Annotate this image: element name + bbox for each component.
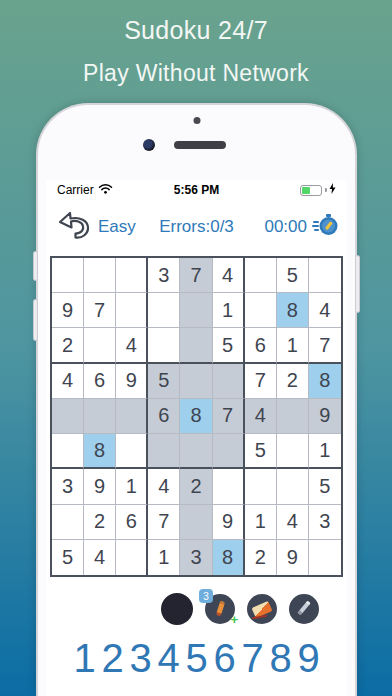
- errors-label: Errors:0/3: [159, 217, 234, 237]
- numpad-digit-3[interactable]: 3: [127, 635, 155, 681]
- stopwatch-icon[interactable]: [312, 213, 338, 241]
- cell-r3c9[interactable]: 7: [309, 328, 341, 363]
- numpad-digit-9[interactable]: 9: [295, 635, 323, 681]
- cell-r4c6[interactable]: [213, 364, 245, 399]
- cell-r1c9[interactable]: [309, 258, 341, 293]
- numpad-digit-1[interactable]: 1: [71, 635, 99, 681]
- cell-r7c6[interactable]: [213, 469, 245, 504]
- notes-count-badge: 3: [199, 589, 213, 603]
- cell-r8c9[interactable]: 3: [309, 505, 341, 540]
- cell-r1c6[interactable]: 4: [213, 258, 245, 293]
- cell-r9c3[interactable]: [116, 540, 148, 575]
- app-title: Sudoku 24/7: [0, 16, 392, 45]
- cell-r5c8[interactable]: [277, 399, 309, 434]
- cell-r8c7[interactable]: 1: [245, 505, 277, 540]
- cell-r4c2[interactable]: 6: [84, 364, 116, 399]
- cell-r6c7[interactable]: 5: [245, 434, 277, 469]
- cell-r4c4[interactable]: 5: [148, 364, 180, 399]
- cell-r1c2[interactable]: [84, 258, 116, 293]
- cell-r5c6[interactable]: 7: [213, 399, 245, 434]
- cell-r6c8[interactable]: [277, 434, 309, 469]
- cell-r1c5[interactable]: 7: [180, 258, 212, 293]
- cell-r1c4[interactable]: 3: [148, 258, 180, 293]
- cell-r5c4[interactable]: 6: [148, 399, 180, 434]
- cell-r8c6[interactable]: 9: [213, 505, 245, 540]
- cell-r3c4[interactable]: [148, 328, 180, 363]
- clock-label: 5:56 PM: [174, 183, 219, 197]
- cell-r7c1[interactable]: 3: [52, 469, 84, 504]
- cell-r4c3[interactable]: 9: [116, 364, 148, 399]
- carrier-label: Carrier: [57, 183, 94, 197]
- cell-r7c8[interactable]: [277, 469, 309, 504]
- cell-r2c2[interactable]: 7: [84, 293, 116, 328]
- cell-r8c8[interactable]: 4: [277, 505, 309, 540]
- cell-r8c2[interactable]: 2: [84, 505, 116, 540]
- earpiece-speaker: [174, 141, 226, 149]
- numpad-digit-7[interactable]: 7: [239, 635, 267, 681]
- cell-r6c4[interactable]: [148, 434, 180, 469]
- charging-bolt-icon: [329, 183, 336, 197]
- cell-r2c6[interactable]: 1: [213, 293, 245, 328]
- cell-r2c1[interactable]: 9: [52, 293, 84, 328]
- phone-screen: Carrier 5:56 PM: [46, 180, 347, 696]
- cell-r3c1[interactable]: 2: [52, 328, 84, 363]
- cell-r2c7[interactable]: [245, 293, 277, 328]
- front-camera: [143, 139, 155, 151]
- volume-down-button: [33, 299, 38, 341]
- cell-r9c9[interactable]: [309, 540, 341, 575]
- back-button[interactable]: [55, 210, 91, 244]
- timer-label: 00:00: [264, 217, 307, 237]
- cell-r7c5[interactable]: 2: [180, 469, 212, 504]
- cell-r3c5[interactable]: [180, 328, 212, 363]
- cell-r6c6[interactable]: [213, 434, 245, 469]
- solid-dark-button[interactable]: [161, 593, 193, 625]
- cell-r4c1[interactable]: 4: [52, 364, 84, 399]
- status-bar: Carrier 5:56 PM: [46, 180, 347, 200]
- cell-r5c1[interactable]: [52, 399, 84, 434]
- back-arrow-icon: [55, 210, 91, 244]
- cell-r9c1[interactable]: 5: [52, 540, 84, 575]
- cell-r7c9[interactable]: 5: [309, 469, 341, 504]
- cell-r6c5[interactable]: [180, 434, 212, 469]
- pen-icon: [297, 601, 310, 616]
- cell-r3c6[interactable]: 5: [213, 328, 245, 363]
- cell-r9c2[interactable]: 4: [84, 540, 116, 575]
- app-subtitle: Play Without Network: [0, 60, 392, 87]
- cell-r9c6[interactable]: 8: [213, 540, 245, 575]
- pen-button[interactable]: [289, 594, 319, 624]
- cell-r2c9[interactable]: 4: [309, 293, 341, 328]
- sudoku-board: 3745971842456174695728687498513914252679…: [50, 256, 343, 577]
- cell-r2c5[interactable]: [180, 293, 212, 328]
- power-button: [355, 255, 360, 313]
- toolbar: Easy Errors:0/3 00:00: [46, 200, 347, 254]
- pencil-icon: [216, 601, 225, 617]
- cell-r4c8[interactable]: 2: [277, 364, 309, 399]
- numpad-digit-8[interactable]: 8: [267, 635, 295, 681]
- cell-r3c8[interactable]: 1: [277, 328, 309, 363]
- cell-r1c3[interactable]: [116, 258, 148, 293]
- numpad-digit-4[interactable]: 4: [155, 635, 183, 681]
- volume-up-button: [33, 251, 38, 281]
- cell-r3c7[interactable]: 6: [245, 328, 277, 363]
- numpad-digit-5[interactable]: 5: [183, 635, 211, 681]
- cell-r9c4[interactable]: 1: [148, 540, 180, 575]
- numpad: 123456789: [46, 635, 347, 681]
- cell-r7c3[interactable]: 1: [116, 469, 148, 504]
- cell-r6c9[interactable]: 1: [309, 434, 341, 469]
- phone-frame: Carrier 5:56 PM: [36, 103, 357, 696]
- battery-tip: [325, 188, 327, 192]
- cell-r7c4[interactable]: 4: [148, 469, 180, 504]
- cell-r4c7[interactable]: 7: [245, 364, 277, 399]
- cell-r5c9[interactable]: 9: [309, 399, 341, 434]
- notes-button[interactable]: 3 +: [205, 594, 235, 624]
- cell-r7c2[interactable]: 9: [84, 469, 116, 504]
- cell-r1c1[interactable]: [52, 258, 84, 293]
- cell-r4c9[interactable]: 8: [309, 364, 341, 399]
- cell-r6c2[interactable]: 8: [84, 434, 116, 469]
- cell-r2c3[interactable]: [116, 293, 148, 328]
- wifi-icon: [98, 183, 113, 197]
- sensor-dot: [193, 117, 200, 124]
- cell-r5c2[interactable]: [84, 399, 116, 434]
- cell-r1c7[interactable]: [245, 258, 277, 293]
- cell-r8c3[interactable]: 6: [116, 505, 148, 540]
- battery-icon: [300, 185, 322, 196]
- marketing-header: Sudoku 24/7 Play Without Network: [0, 0, 392, 87]
- plus-icon: +: [230, 613, 238, 626]
- cell-r2c4[interactable]: [148, 293, 180, 328]
- cell-r5c7[interactable]: 4: [245, 399, 277, 434]
- cell-r7c7[interactable]: [245, 469, 277, 504]
- cell-r6c3[interactable]: [116, 434, 148, 469]
- difficulty-label: Easy: [98, 217, 136, 237]
- cell-r5c5[interactable]: 8: [180, 399, 212, 434]
- cell-r2c8[interactable]: 8: [277, 293, 309, 328]
- cell-r5c3[interactable]: [116, 399, 148, 434]
- controls-row: 3 +: [46, 593, 347, 625]
- cell-r8c5[interactable]: [180, 505, 212, 540]
- cell-r3c2[interactable]: [84, 328, 116, 363]
- cell-r3c3[interactable]: 4: [116, 328, 148, 363]
- cell-r1c8[interactable]: 5: [277, 258, 309, 293]
- cell-r8c1[interactable]: [52, 505, 84, 540]
- cell-r9c5[interactable]: 3: [180, 540, 212, 575]
- numpad-digit-2[interactable]: 2: [99, 635, 127, 681]
- cell-r8c4[interactable]: 7: [148, 505, 180, 540]
- cell-r4c5[interactable]: [180, 364, 212, 399]
- cell-r9c7[interactable]: 2: [245, 540, 277, 575]
- numpad-digit-6[interactable]: 6: [211, 635, 239, 681]
- eraser-button[interactable]: [247, 594, 277, 624]
- cell-r6c1[interactable]: [52, 434, 84, 469]
- cell-r9c8[interactable]: 9: [277, 540, 309, 575]
